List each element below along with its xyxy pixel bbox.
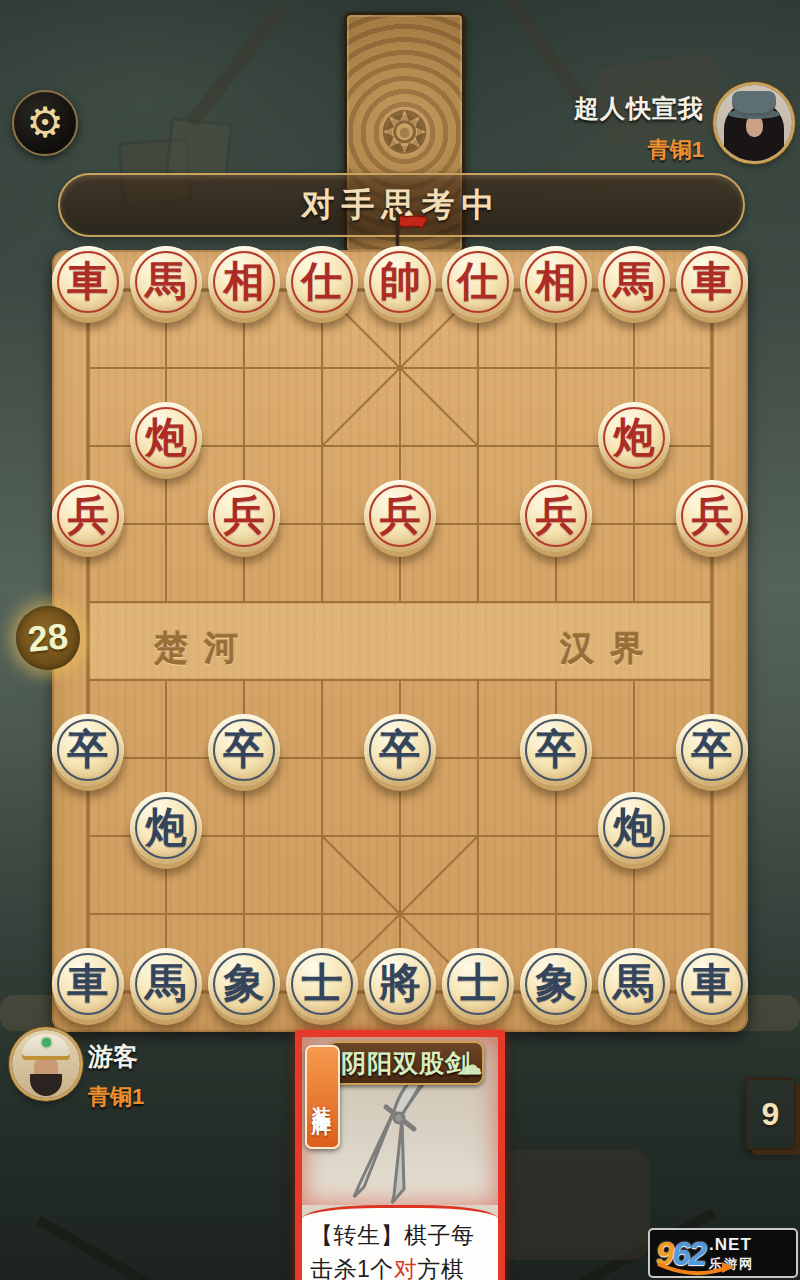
xiangqi-board[interactable]: 楚河 汉界 車馬相仕帥仕相馬車炮炮兵兵兵兵兵卒卒卒卒卒炮炮車馬象士將士象馬車 [52,250,748,1032]
piece-red-馬[interactable]: 馬 [130,246,202,318]
piece-black-士[interactable]: 士 [286,948,358,1020]
piece-red-兵[interactable]: 兵 [520,480,592,552]
settings-button[interactable]: ⚙ [12,90,78,156]
piece-red-兵[interactable]: 兵 [208,480,280,552]
piece-red-炮[interactable]: 炮 [130,402,202,474]
player-avatar[interactable] [12,1030,80,1098]
deck-count-value: 9 [762,1096,780,1133]
pieces-layer: 車馬相仕帥仕相馬車炮炮兵兵兵兵兵卒卒卒卒卒炮炮車馬象士將士象馬車 [52,250,748,1032]
piece-red-仕[interactable]: 仕 [442,246,514,318]
piece-red-馬[interactable]: 馬 [598,246,670,318]
opponent-avatar[interactable] [716,85,792,161]
watermark-swoosh-icon [656,1260,734,1278]
piece-black-將[interactable]: 將 [364,948,436,1020]
watermark-net: .NET [709,1236,752,1253]
piece-black-車[interactable]: 車 [52,948,124,1020]
gear-icon: ⚙ [26,102,64,144]
deck-counter[interactable]: 9 [745,1078,796,1150]
piece-red-仕[interactable]: 仕 [286,246,358,318]
equipment-card[interactable]: 阴阳双股剑 ☁ 装备牌 【转生】棋子每击杀1个对方棋子，则将该棋子转化为我方的棋… [295,1030,505,1280]
bg-stake [185,2,288,129]
piece-black-馬[interactable]: 馬 [598,948,670,1020]
piece-black-炮[interactable]: 炮 [130,792,202,864]
piece-black-卒[interactable]: 卒 [52,714,124,786]
piece-red-炮[interactable]: 炮 [598,402,670,474]
move-timer-badge: 28 [16,606,80,670]
equipment-card-description: 【转生】棋子每击杀1个对方棋子，则将该棋子转化为我方的棋子 [302,1205,498,1280]
opponent-rank-badge: 青铜1 [574,135,704,165]
opponent-info: 超人快宣我 青铜1 [574,92,704,165]
avatar-helmet-gem [42,1038,51,1047]
piece-red-帥[interactable]: 帥 [364,246,436,318]
bg-crate [165,117,233,181]
watermark-logo: 962 .NET 乐游网 [648,1228,798,1278]
equipment-type-tab: 装备牌 [305,1045,340,1149]
card-back-ornament-icon: ❂ [380,99,429,167]
piece-black-馬[interactable]: 馬 [130,948,202,1020]
piece-red-兵[interactable]: 兵 [676,480,748,552]
piece-black-炮[interactable]: 炮 [598,792,670,864]
piece-black-象[interactable]: 象 [208,948,280,1020]
piece-black-象[interactable]: 象 [520,948,592,1020]
avatar-beard [30,1074,62,1096]
avatar-hat [732,91,776,113]
piece-red-車[interactable]: 車 [52,246,124,318]
cloud-ornament-icon: ☁ [457,1051,483,1080]
piece-red-相[interactable]: 相 [208,246,280,318]
piece-black-士[interactable]: 士 [442,948,514,1020]
equipment-card-title: 阴阳双股剑 ☁ [328,1041,484,1085]
piece-black-卒[interactable]: 卒 [520,714,592,786]
piece-black-卒[interactable]: 卒 [676,714,748,786]
opponent-name: 超人快宣我 [574,92,704,125]
bg-spike [36,1216,214,1280]
piece-black-卒[interactable]: 卒 [364,714,436,786]
bg-drum [500,1150,650,1260]
player-rank-badge: 青铜1 [88,1082,144,1112]
piece-black-卒[interactable]: 卒 [208,714,280,786]
piece-red-車[interactable]: 車 [676,246,748,318]
piece-red-兵[interactable]: 兵 [364,480,436,552]
piece-red-相[interactable]: 相 [520,246,592,318]
move-timer-value: 28 [26,615,70,661]
piece-black-車[interactable]: 車 [676,948,748,1020]
player-info: 游客 青铜1 [88,1040,144,1112]
player-name: 游客 [88,1040,144,1073]
piece-red-兵[interactable]: 兵 [52,480,124,552]
